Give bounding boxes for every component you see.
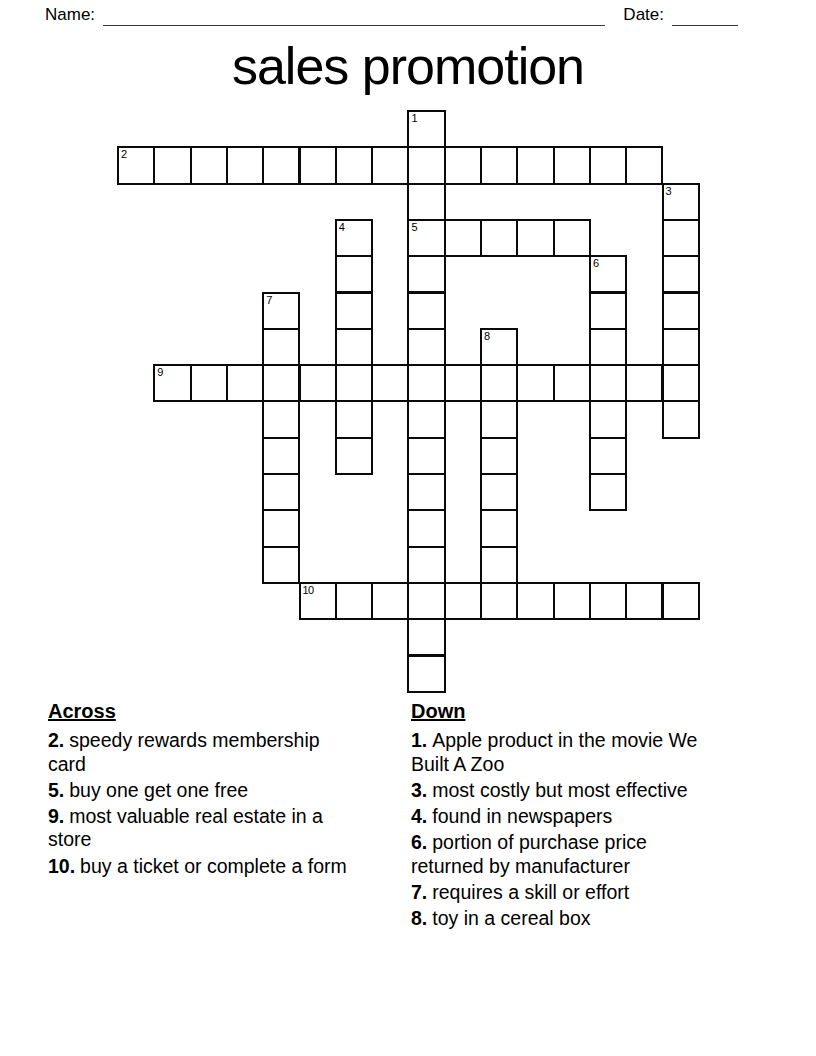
clue-across-10: 10.buy a ticket or complete a form [48, 855, 360, 878]
grid-number-2: 2 [121, 148, 127, 160]
cell-r3-c11[interactable] [516, 219, 554, 257]
name-label: Name: [45, 4, 103, 26]
cell-r13-c8[interactable] [407, 582, 445, 620]
cell-r5-c13[interactable] [589, 292, 627, 330]
cell-r7-c4[interactable] [262, 364, 300, 402]
down-heading: Down [411, 700, 708, 723]
cell-r4-c15[interactable] [662, 255, 700, 293]
cell-r7-c11[interactable] [516, 364, 554, 402]
clue-down-4-text: found in newspapers [432, 805, 612, 827]
clue-down-4: 4.found in newspapers [411, 805, 708, 828]
cell-r6-c15[interactable] [662, 328, 700, 366]
clue-across-5-number: 5. [48, 779, 64, 801]
clue-down-8-text: toy in a cereal box [432, 907, 590, 929]
clue-down-6: 6.portion of purchase price returned by … [411, 831, 708, 878]
cell-r1-c7[interactable] [371, 146, 409, 184]
clue-down-8-number: 8. [411, 907, 427, 929]
cell-r9-c8[interactable] [407, 437, 445, 475]
date-blank-line[interactable] [672, 5, 738, 26]
cell-r13-c12[interactable] [553, 582, 591, 620]
grid-number-3: 3 [666, 185, 672, 197]
cell-r10-c8[interactable] [407, 473, 445, 511]
cell-r6-c13[interactable] [589, 328, 627, 366]
clue-across-9-number: 9. [48, 805, 64, 827]
cell-r1-c1[interactable] [153, 146, 191, 184]
cell-r3-c6[interactable]: 4 [335, 219, 373, 257]
worksheet-page: Name: Date: sales promotion 12345678910 … [0, 0, 816, 1056]
clue-down-7-number: 7. [411, 881, 427, 903]
grid-number-7: 7 [266, 294, 272, 306]
cell-r7-c14[interactable] [625, 364, 663, 402]
cell-r4-c6[interactable] [335, 255, 373, 293]
puzzle-title: sales promotion [0, 36, 816, 96]
clue-down-3-number: 3. [411, 779, 427, 801]
cell-r1-c5[interactable] [299, 146, 337, 184]
cell-r4-c13[interactable]: 6 [589, 255, 627, 293]
cell-r12-c10[interactable] [480, 546, 518, 584]
cell-r8-c6[interactable] [335, 400, 373, 438]
cell-r7-c13[interactable] [589, 364, 627, 402]
cell-r13-c7[interactable] [371, 582, 409, 620]
clue-down-6-text: portion of purchase price returned by ma… [411, 831, 647, 876]
cell-r6-c6[interactable] [335, 328, 373, 366]
cell-r1-c13[interactable] [589, 146, 627, 184]
grid-number-10: 10 [303, 584, 314, 596]
grid-number-6: 6 [593, 257, 599, 269]
cell-r13-c6[interactable] [335, 582, 373, 620]
cell-r9-c6[interactable] [335, 437, 373, 475]
cell-r11-c8[interactable] [407, 509, 445, 547]
cell-r1-c4[interactable] [262, 146, 300, 184]
cell-r13-c14[interactable] [625, 582, 663, 620]
name-blank-line[interactable] [103, 5, 605, 26]
clue-down-7-text: requires a skill or effort [432, 881, 629, 903]
cell-r3-c15[interactable] [662, 219, 700, 257]
cell-r11-c4[interactable] [262, 509, 300, 547]
cell-r12-c4[interactable] [262, 546, 300, 584]
cell-r0-c8[interactable]: 1 [407, 110, 445, 148]
clue-across-9: 9.most valuable real estate in a store [48, 805, 360, 852]
cell-r1-c2[interactable] [190, 146, 228, 184]
cell-r10-c10[interactable] [480, 473, 518, 511]
clue-across-10-text: buy a ticket or complete a form [80, 855, 347, 877]
clue-down-3: 3.most costly but most effective [411, 779, 708, 802]
cell-r3-c8[interactable]: 5 [407, 219, 445, 257]
cell-r13-c15[interactable] [662, 582, 700, 620]
clue-down-3-text: most costly but most effective [432, 779, 687, 801]
grid-number-9: 9 [157, 366, 163, 378]
cell-r1-c9[interactable] [444, 146, 482, 184]
cell-r5-c4[interactable]: 7 [262, 292, 300, 330]
clue-across-2-number: 2. [48, 729, 64, 751]
clue-down-1-number: 1. [411, 729, 427, 751]
clue-down-4-number: 4. [411, 805, 427, 827]
cell-r1-c8[interactable] [407, 146, 445, 184]
grid-number-8: 8 [484, 330, 490, 342]
across-heading: Across [48, 700, 360, 723]
clue-down-1-text: Apple product in the movie We Built A Zo… [411, 729, 697, 774]
clue-down-7: 7.requires a skill or effort [411, 881, 708, 904]
cell-r7-c1[interactable]: 9 [153, 364, 191, 402]
cell-r7-c8[interactable] [407, 364, 445, 402]
cell-r9-c4[interactable] [262, 437, 300, 475]
clue-down-1: 1.Apple product in the movie We Built A … [411, 729, 708, 776]
cell-r11-c10[interactable] [480, 509, 518, 547]
cell-r1-c14[interactable] [625, 146, 663, 184]
cell-r1-c3[interactable] [226, 146, 264, 184]
cell-r3-c10[interactable] [480, 219, 518, 257]
cell-r7-c10[interactable] [480, 364, 518, 402]
cell-r5-c15[interactable] [662, 292, 700, 330]
cell-r9-c13[interactable] [589, 437, 627, 475]
cell-r7-c7[interactable] [371, 364, 409, 402]
cell-r1-c0[interactable]: 2 [117, 146, 155, 184]
cell-r14-c8[interactable] [407, 618, 445, 656]
cell-r1-c6[interactable] [335, 146, 373, 184]
clue-down-8: 8.toy in a cereal box [411, 907, 708, 930]
cell-r6-c8[interactable] [407, 328, 445, 366]
clue-across-5: 5.buy one get one free [48, 779, 360, 802]
down-clues-section: Down 1.Apple product in the movie We Bui… [411, 700, 708, 934]
cell-r1-c11[interactable] [516, 146, 554, 184]
cell-r8-c4[interactable] [262, 400, 300, 438]
cell-r13-c5[interactable]: 10 [299, 582, 337, 620]
cell-r5-c6[interactable] [335, 292, 373, 330]
cell-r7-c12[interactable] [553, 364, 591, 402]
cell-r8-c8[interactable] [407, 400, 445, 438]
crossword-grid: 12345678910 [117, 110, 700, 693]
cell-r7-c9[interactable] [444, 364, 482, 402]
cell-r2-c15[interactable]: 3 [662, 183, 700, 221]
clue-across-5-text: buy one get one free [69, 779, 248, 801]
cell-r3-c12[interactable] [553, 219, 591, 257]
clue-across-2-text: speedy rewards membership card [48, 729, 320, 774]
grid-number-1: 1 [411, 112, 417, 124]
cell-r10-c13[interactable] [589, 473, 627, 511]
cell-r7-c15[interactable] [662, 364, 700, 402]
cell-r1-c12[interactable] [553, 146, 591, 184]
across-clues-section: Across 2.speedy rewards membership card … [48, 700, 360, 881]
cell-r6-c10[interactable]: 8 [480, 328, 518, 366]
cell-r7-c3[interactable] [226, 364, 264, 402]
clue-across-9-text: most valuable real estate in a store [48, 805, 323, 850]
cell-r15-c8[interactable] [407, 655, 445, 693]
cell-r13-c9[interactable] [444, 582, 482, 620]
cell-r3-c9[interactable] [444, 219, 482, 257]
cell-r1-c10[interactable] [480, 146, 518, 184]
cell-r7-c2[interactable] [190, 364, 228, 402]
worksheet-header: Name: Date: [45, 4, 738, 26]
cell-r13-c11[interactable] [516, 582, 554, 620]
cell-r5-c8[interactable] [407, 292, 445, 330]
grid-number-5: 5 [411, 221, 417, 233]
cell-r7-c5[interactable] [299, 364, 337, 402]
cell-r8-c13[interactable] [589, 400, 627, 438]
cell-r12-c8[interactable] [407, 546, 445, 584]
clue-down-6-number: 6. [411, 831, 427, 853]
cell-r13-c13[interactable] [589, 582, 627, 620]
clue-across-2: 2.speedy rewards membership card [48, 729, 360, 776]
cell-r10-c4[interactable] [262, 473, 300, 511]
clue-across-10-number: 10. [48, 855, 75, 877]
cell-r9-c10[interactable] [480, 437, 518, 475]
cell-r7-c6[interactable] [335, 364, 373, 402]
cell-r13-c10[interactable] [480, 582, 518, 620]
cell-r2-c8[interactable] [407, 183, 445, 221]
cell-r8-c15[interactable] [662, 400, 700, 438]
grid-number-4: 4 [339, 221, 345, 233]
cell-r6-c4[interactable] [262, 328, 300, 366]
cell-r8-c10[interactable] [480, 400, 518, 438]
date-label: Date: [623, 4, 672, 26]
cell-r4-c8[interactable] [407, 255, 445, 293]
